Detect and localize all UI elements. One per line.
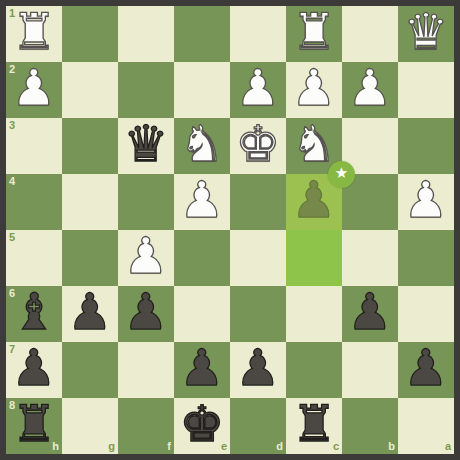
square-h1[interactable]: 1♜ bbox=[6, 6, 62, 62]
square-b6[interactable]: ♟ bbox=[342, 286, 398, 342]
file-label-g: g bbox=[108, 441, 115, 452]
square-g7[interactable] bbox=[62, 342, 118, 398]
piece-white-knight[interactable]: ♞ bbox=[292, 116, 337, 172]
piece-black-pawn[interactable]: ♟ bbox=[180, 340, 225, 396]
square-a2[interactable] bbox=[398, 62, 454, 118]
piece-white-pawn[interactable]: ♟ bbox=[236, 60, 281, 116]
piece-black-pawn[interactable]: ♟ bbox=[404, 340, 449, 396]
square-f6[interactable]: ♟ bbox=[118, 286, 174, 342]
piece-white-pawn[interactable]: ♟ bbox=[404, 172, 449, 228]
piece-white-pawn[interactable]: ♟ bbox=[292, 60, 337, 116]
piece-white-king[interactable]: ♚ bbox=[236, 116, 281, 172]
piece-white-pawn[interactable]: ♟ bbox=[180, 172, 225, 228]
piece-white-rook[interactable]: ♜ bbox=[292, 4, 337, 60]
piece-white-knight[interactable]: ♞ bbox=[180, 116, 225, 172]
square-e4[interactable]: ♟ bbox=[174, 174, 230, 230]
square-d1[interactable] bbox=[230, 6, 286, 62]
square-a6[interactable] bbox=[398, 286, 454, 342]
piece-white-queen[interactable]: ♛ bbox=[404, 4, 449, 60]
square-a4[interactable]: ♟ bbox=[398, 174, 454, 230]
square-f1[interactable] bbox=[118, 6, 174, 62]
square-e3[interactable]: ♞ bbox=[174, 118, 230, 174]
square-g5[interactable] bbox=[62, 230, 118, 286]
rank-label-4: 4 bbox=[9, 176, 15, 187]
file-label-a: a bbox=[445, 441, 451, 452]
square-c4[interactable]: ♟★ bbox=[286, 174, 342, 230]
square-h8[interactable]: 8h♜ bbox=[6, 398, 62, 454]
square-g3[interactable] bbox=[62, 118, 118, 174]
chess-board: 1♜♜♛2♟♟♟♟3♛♞♚♞4♟♟★♟5♟6♝♟♟♟7♟♟♟♟8h♜gfe♚dc… bbox=[6, 6, 454, 454]
square-f2[interactable] bbox=[118, 62, 174, 118]
square-b2[interactable]: ♟ bbox=[342, 62, 398, 118]
square-a1[interactable]: ♛ bbox=[398, 6, 454, 62]
square-h5[interactable]: 5 bbox=[6, 230, 62, 286]
piece-white-pawn[interactable]: ♟ bbox=[348, 60, 393, 116]
piece-white-rook[interactable]: ♜ bbox=[12, 4, 57, 60]
square-b8[interactable]: b bbox=[342, 398, 398, 454]
piece-black-queen[interactable]: ♛ bbox=[124, 116, 169, 172]
square-a8[interactable]: a bbox=[398, 398, 454, 454]
square-g8[interactable]: g bbox=[62, 398, 118, 454]
square-d2[interactable]: ♟ bbox=[230, 62, 286, 118]
square-h6[interactable]: 6♝ bbox=[6, 286, 62, 342]
square-h7[interactable]: 7♟ bbox=[6, 342, 62, 398]
square-h2[interactable]: 2♟ bbox=[6, 62, 62, 118]
piece-black-pawn[interactable]: ♟ bbox=[348, 284, 393, 340]
square-f7[interactable] bbox=[118, 342, 174, 398]
square-b1[interactable] bbox=[342, 6, 398, 62]
square-a3[interactable] bbox=[398, 118, 454, 174]
square-e7[interactable]: ♟ bbox=[174, 342, 230, 398]
square-c6[interactable] bbox=[286, 286, 342, 342]
piece-black-rook[interactable]: ♜ bbox=[12, 396, 57, 452]
square-f5[interactable]: ♟ bbox=[118, 230, 174, 286]
rank-label-3: 3 bbox=[9, 120, 15, 131]
square-a5[interactable] bbox=[398, 230, 454, 286]
square-c1[interactable]: ♜ bbox=[286, 6, 342, 62]
piece-white-pawn[interactable]: ♟ bbox=[12, 60, 57, 116]
file-label-b: b bbox=[388, 441, 395, 452]
piece-black-pawn[interactable]: ♟ bbox=[124, 284, 169, 340]
square-g1[interactable] bbox=[62, 6, 118, 62]
square-g6[interactable]: ♟ bbox=[62, 286, 118, 342]
piece-black-king[interactable]: ♚ bbox=[180, 396, 225, 452]
square-b7[interactable] bbox=[342, 342, 398, 398]
piece-white-pawn[interactable]: ♟ bbox=[124, 228, 169, 284]
square-d6[interactable] bbox=[230, 286, 286, 342]
square-d5[interactable] bbox=[230, 230, 286, 286]
piece-black-pawn[interactable]: ♟ bbox=[68, 284, 113, 340]
star-glyph: ★ bbox=[335, 166, 348, 181]
file-label-f: f bbox=[167, 441, 171, 452]
square-c5[interactable] bbox=[286, 230, 342, 286]
piece-black-pawn[interactable]: ♟ bbox=[12, 340, 57, 396]
square-f8[interactable]: f bbox=[118, 398, 174, 454]
square-c7[interactable] bbox=[286, 342, 342, 398]
rank-label-5: 5 bbox=[9, 232, 15, 243]
file-label-d: d bbox=[276, 441, 283, 452]
square-h4[interactable]: 4 bbox=[6, 174, 62, 230]
square-c2[interactable]: ♟ bbox=[286, 62, 342, 118]
square-e1[interactable] bbox=[174, 6, 230, 62]
square-e6[interactable] bbox=[174, 286, 230, 342]
square-a7[interactable]: ♟ bbox=[398, 342, 454, 398]
square-h3[interactable]: 3 bbox=[6, 118, 62, 174]
square-c8[interactable]: c♜ bbox=[286, 398, 342, 454]
square-e5[interactable] bbox=[174, 230, 230, 286]
square-d4[interactable] bbox=[230, 174, 286, 230]
square-b5[interactable] bbox=[342, 230, 398, 286]
square-d8[interactable]: d bbox=[230, 398, 286, 454]
square-d7[interactable]: ♟ bbox=[230, 342, 286, 398]
best-move-star-icon: ★ bbox=[328, 161, 355, 188]
square-e2[interactable] bbox=[174, 62, 230, 118]
square-f3[interactable]: ♛ bbox=[118, 118, 174, 174]
piece-black-rook[interactable]: ♜ bbox=[292, 396, 337, 452]
piece-black-pawn[interactable]: ♟ bbox=[236, 340, 281, 396]
square-d3[interactable]: ♚ bbox=[230, 118, 286, 174]
piece-black-bishop[interactable]: ♝ bbox=[12, 284, 57, 340]
chess-board-frame: 1♜♜♛2♟♟♟♟3♛♞♚♞4♟♟★♟5♟6♝♟♟♟7♟♟♟♟8h♜gfe♚dc… bbox=[0, 0, 460, 460]
square-e8[interactable]: e♚ bbox=[174, 398, 230, 454]
square-g4[interactable] bbox=[62, 174, 118, 230]
square-g2[interactable] bbox=[62, 62, 118, 118]
square-f4[interactable] bbox=[118, 174, 174, 230]
